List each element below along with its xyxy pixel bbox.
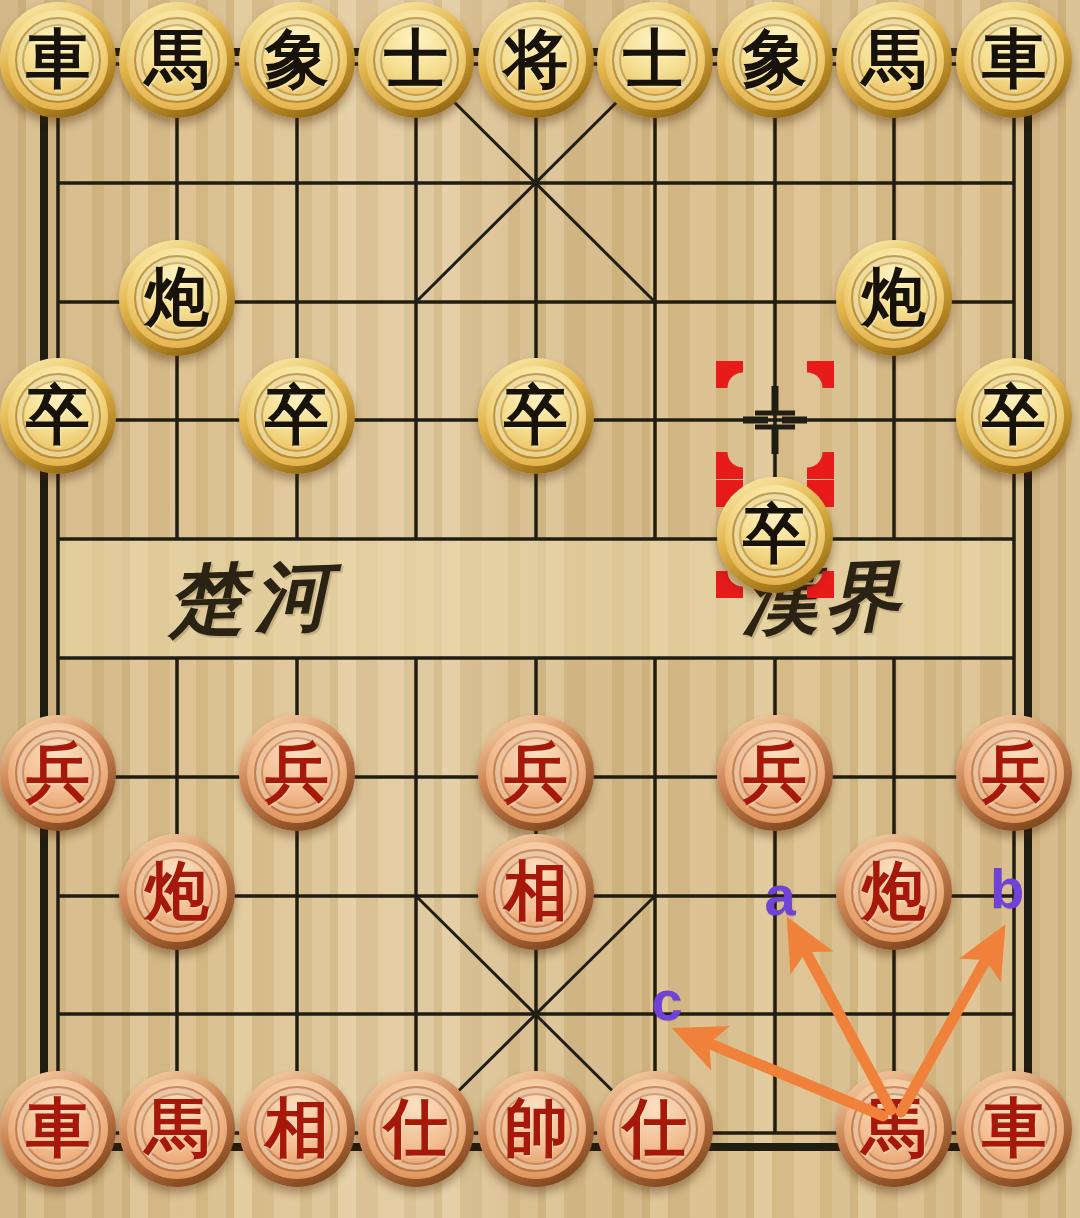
piece-red-帥[interactable]: 帥 (478, 1071, 594, 1187)
piece-red-馬[interactable]: 馬 (119, 1071, 235, 1187)
river-text-left: 楚河 (167, 557, 342, 639)
piece-character: 兵 (265, 741, 329, 805)
piece-character: 兵 (743, 741, 807, 805)
piece-black-卒[interactable]: 卒 (478, 358, 594, 474)
piece-red-炮[interactable]: 炮 (836, 834, 952, 950)
move-option-label-a: a (764, 868, 795, 924)
piece-character: 卒 (265, 384, 329, 448)
piece-character: 卒 (982, 384, 1046, 448)
piece-character: 象 (743, 28, 807, 92)
piece-character: 車 (26, 1097, 90, 1161)
piece-black-炮[interactable]: 炮 (119, 240, 235, 356)
piece-character: 帥 (504, 1097, 568, 1161)
piece-black-炮[interactable]: 炮 (836, 240, 952, 356)
piece-black-車[interactable]: 車 (956, 2, 1072, 118)
piece-red-炮[interactable]: 炮 (119, 834, 235, 950)
piece-character: 馬 (862, 1097, 926, 1161)
piece-black-士[interactable]: 士 (597, 2, 713, 118)
piece-character: 将 (504, 28, 568, 92)
piece-character: 兵 (504, 741, 568, 805)
piece-character: 仕 (623, 1097, 687, 1161)
piece-black-将[interactable]: 将 (478, 2, 594, 118)
piece-red-兵[interactable]: 兵 (0, 715, 116, 831)
move-origin-marker (716, 361, 834, 479)
piece-character: 士 (623, 28, 687, 92)
piece-black-車[interactable]: 車 (0, 2, 116, 118)
board-grid (0, 0, 1080, 1218)
piece-character: 車 (26, 28, 90, 92)
piece-black-象[interactable]: 象 (717, 2, 833, 118)
piece-red-仕[interactable]: 仕 (358, 1071, 474, 1187)
piece-black-卒[interactable]: 卒 (239, 358, 355, 474)
piece-character: 相 (504, 860, 568, 924)
piece-character: 炮 (862, 266, 926, 330)
piece-red-馬[interactable]: 馬 (836, 1071, 952, 1187)
piece-character: 馬 (145, 1097, 209, 1161)
piece-character: 馬 (862, 28, 926, 92)
piece-character: 士 (384, 28, 448, 92)
piece-character: 象 (265, 28, 329, 92)
piece-character: 相 (265, 1097, 329, 1161)
piece-red-兵[interactable]: 兵 (956, 715, 1072, 831)
piece-black-士[interactable]: 士 (358, 2, 474, 118)
piece-red-兵[interactable]: 兵 (478, 715, 594, 831)
piece-character: 仕 (384, 1097, 448, 1161)
piece-red-相[interactable]: 相 (478, 834, 594, 950)
piece-black-馬[interactable]: 馬 (836, 2, 952, 118)
piece-character: 炮 (145, 266, 209, 330)
piece-character: 兵 (26, 741, 90, 805)
piece-character: 卒 (743, 503, 807, 567)
piece-black-卒[interactable]: 卒 (956, 358, 1072, 474)
piece-red-車[interactable]: 車 (0, 1071, 116, 1187)
piece-red-兵[interactable]: 兵 (717, 715, 833, 831)
marker-corner-tl (716, 361, 743, 388)
marker-corner-bl (716, 452, 743, 479)
piece-black-馬[interactable]: 馬 (119, 2, 235, 118)
marker-corner-br (807, 452, 834, 479)
piece-character: 馬 (145, 28, 209, 92)
piece-character: 車 (982, 28, 1046, 92)
xiangqi-board[interactable]: 楚河 漢界 車馬象士将士象馬車炮炮卒卒卒卒卒兵兵兵兵兵炮相炮車馬相仕帥仕馬車 a… (0, 0, 1080, 1218)
piece-red-兵[interactable]: 兵 (239, 715, 355, 831)
piece-character: 炮 (862, 860, 926, 924)
piece-red-仕[interactable]: 仕 (597, 1071, 713, 1187)
marker-corner-tr (807, 361, 834, 388)
piece-red-車[interactable]: 車 (956, 1071, 1072, 1187)
move-option-label-b: b (990, 861, 1024, 917)
piece-black-卒[interactable]: 卒 (0, 358, 116, 474)
piece-character: 炮 (145, 860, 209, 924)
piece-character: 卒 (26, 384, 90, 448)
move-option-label-c: c (651, 973, 682, 1029)
piece-character: 兵 (982, 741, 1046, 805)
piece-black-卒[interactable]: 卒 (717, 477, 833, 593)
piece-black-象[interactable]: 象 (239, 2, 355, 118)
piece-character: 車 (982, 1097, 1046, 1161)
piece-red-相[interactable]: 相 (239, 1071, 355, 1187)
piece-character: 卒 (504, 384, 568, 448)
